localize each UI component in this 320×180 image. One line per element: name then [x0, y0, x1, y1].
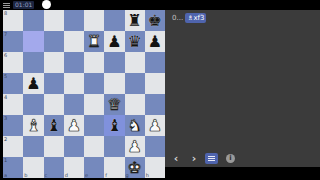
- move-number: 0...: [172, 14, 183, 22]
- status-bar: 01:01: [0, 0, 320, 10]
- black-bishop[interactable]: ♝: [104, 115, 124, 136]
- square-c7[interactable]: [44, 31, 64, 52]
- selected-move[interactable]: ♗xf3: [185, 13, 206, 23]
- square-e1[interactable]: e: [84, 157, 104, 178]
- clock-time: 01:01: [13, 1, 34, 9]
- square-d7[interactable]: [64, 31, 84, 52]
- square-h7[interactable]: ♟: [145, 31, 165, 52]
- square-h1[interactable]: h: [145, 157, 165, 178]
- rank-coordinate: 5: [4, 73, 7, 79]
- white-queen[interactable]: ♛: [104, 94, 124, 115]
- square-b4[interactable]: [23, 94, 43, 115]
- menu-icon[interactable]: [3, 2, 10, 8]
- white-knight[interactable]: ♞: [125, 115, 145, 136]
- square-d1[interactable]: d: [64, 157, 84, 178]
- chess-board[interactable]: 8♜♚7♜♟♛♟65♟4♛3♝♝♟♝♞♟2♟1abcdefg♚h: [3, 10, 165, 178]
- square-c3[interactable]: ♝: [44, 115, 64, 136]
- square-g5[interactable]: [125, 73, 145, 94]
- square-c5[interactable]: [44, 73, 64, 94]
- square-h6[interactable]: [145, 52, 165, 73]
- square-e7[interactable]: ♜: [84, 31, 104, 52]
- file-coordinate: c: [45, 172, 48, 178]
- rank-coordinate: 4: [4, 94, 7, 100]
- square-d5[interactable]: [64, 73, 84, 94]
- analysis-panel: 0... ♗xf3 ‹ › i: [165, 10, 320, 167]
- white-dot-icon: [42, 0, 51, 9]
- black-pawn[interactable]: ♟: [23, 73, 43, 94]
- square-g3[interactable]: ♞: [125, 115, 145, 136]
- move-list-tab-icon[interactable]: [205, 153, 218, 164]
- square-f3[interactable]: ♝: [104, 115, 124, 136]
- square-g2[interactable]: ♟: [125, 136, 145, 157]
- file-coordinate: g: [126, 172, 129, 178]
- file-coordinate: b: [24, 172, 27, 178]
- square-a2[interactable]: 2: [3, 136, 23, 157]
- square-a5[interactable]: 5: [3, 73, 23, 94]
- move-list: 0... ♗xf3: [165, 10, 320, 23]
- square-e6[interactable]: [84, 52, 104, 73]
- square-a4[interactable]: 4: [3, 94, 23, 115]
- white-bishop[interactable]: ♝: [23, 115, 43, 136]
- square-b7[interactable]: [23, 31, 43, 52]
- square-f4[interactable]: ♛: [104, 94, 124, 115]
- square-c2[interactable]: [44, 136, 64, 157]
- file-coordinate: e: [85, 172, 88, 178]
- nav-bar: ‹ › i: [165, 150, 320, 167]
- rank-coordinate: 7: [4, 31, 7, 37]
- square-f6[interactable]: [104, 52, 124, 73]
- square-a1[interactable]: 1a: [3, 157, 23, 178]
- file-coordinate: h: [146, 172, 149, 178]
- square-b2[interactable]: [23, 136, 43, 157]
- square-c4[interactable]: [44, 94, 64, 115]
- square-a7[interactable]: 7: [3, 31, 23, 52]
- square-g6[interactable]: [125, 52, 145, 73]
- square-g4[interactable]: [125, 94, 145, 115]
- prev-move-button[interactable]: ‹: [169, 152, 183, 165]
- square-d3[interactable]: ♟: [64, 115, 84, 136]
- square-c6[interactable]: [44, 52, 64, 73]
- square-g8[interactable]: ♜: [125, 10, 145, 31]
- black-pawn[interactable]: ♟: [104, 31, 124, 52]
- square-e8[interactable]: [84, 10, 104, 31]
- rank-coordinate: 3: [4, 115, 7, 121]
- square-d2[interactable]: [64, 136, 84, 157]
- square-g1[interactable]: g♚: [125, 157, 145, 178]
- black-bishop[interactable]: ♝: [44, 115, 64, 136]
- square-e5[interactable]: [84, 73, 104, 94]
- square-f1[interactable]: f: [104, 157, 124, 178]
- rank-coordinate: 1: [4, 157, 7, 163]
- white-pawn[interactable]: ♟: [125, 136, 145, 157]
- black-rook[interactable]: ♜: [125, 10, 145, 31]
- square-e3[interactable]: [84, 115, 104, 136]
- white-rook[interactable]: ♜: [84, 31, 104, 52]
- square-a3[interactable]: 3: [3, 115, 23, 136]
- square-b5[interactable]: ♟: [23, 73, 43, 94]
- square-b6[interactable]: [23, 52, 43, 73]
- rank-coordinate: 8: [4, 10, 7, 16]
- square-f8[interactable]: [104, 10, 124, 31]
- rank-coordinate: 2: [4, 136, 7, 142]
- white-pawn[interactable]: ♟: [145, 115, 165, 136]
- square-e2[interactable]: [84, 136, 104, 157]
- square-a6[interactable]: 6: [3, 52, 23, 73]
- file-coordinate: f: [105, 172, 107, 178]
- black-king[interactable]: ♚: [145, 10, 165, 31]
- file-coordinate: d: [65, 172, 68, 178]
- black-pawn[interactable]: ♟: [145, 31, 165, 52]
- square-c8[interactable]: [44, 10, 64, 31]
- square-f2[interactable]: [104, 136, 124, 157]
- next-move-button[interactable]: ›: [187, 152, 201, 165]
- square-b3[interactable]: ♝: [23, 115, 43, 136]
- square-e4[interactable]: [84, 94, 104, 115]
- square-b8[interactable]: [23, 10, 43, 31]
- square-h5[interactable]: [145, 73, 165, 94]
- black-queen[interactable]: ♛: [125, 31, 145, 52]
- square-f7[interactable]: ♟: [104, 31, 124, 52]
- square-h2[interactable]: [145, 136, 165, 157]
- info-icon[interactable]: i: [226, 154, 235, 163]
- rank-coordinate: 6: [4, 52, 7, 58]
- square-h3[interactable]: ♟: [145, 115, 165, 136]
- square-c1[interactable]: c: [44, 157, 64, 178]
- white-pawn[interactable]: ♟: [64, 115, 84, 136]
- square-h8[interactable]: ♚: [145, 10, 165, 31]
- square-g7[interactable]: ♛: [125, 31, 145, 52]
- square-d6[interactable]: [64, 52, 84, 73]
- square-a8[interactable]: 8: [3, 10, 23, 31]
- square-d4[interactable]: [64, 94, 84, 115]
- square-d8[interactable]: [64, 10, 84, 31]
- square-b1[interactable]: b: [23, 157, 43, 178]
- square-f5[interactable]: [104, 73, 124, 94]
- file-coordinate: a: [4, 172, 7, 178]
- square-h4[interactable]: [145, 94, 165, 115]
